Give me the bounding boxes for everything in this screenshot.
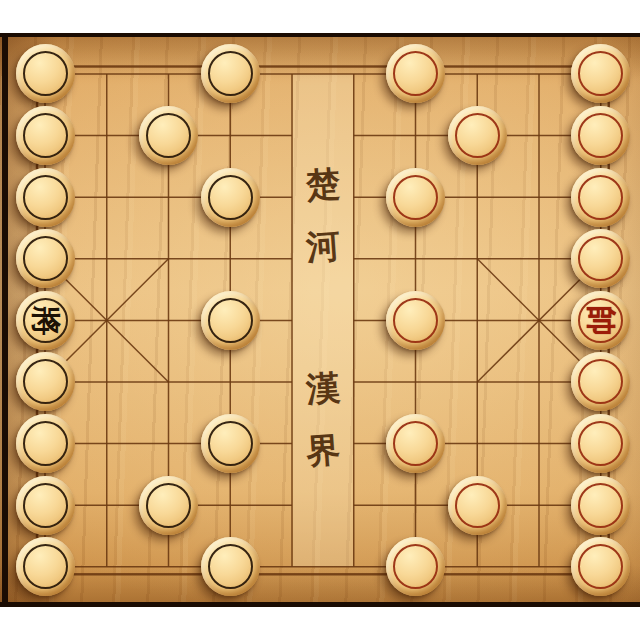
piece-red-hidden[interactable] bbox=[571, 476, 630, 535]
board-point-7-4[interactable] bbox=[446, 290, 508, 352]
board-point-6-1[interactable] bbox=[385, 105, 447, 167]
piece-red-hidden[interactable] bbox=[571, 44, 630, 103]
piece-red-general[interactable]: 帥 bbox=[571, 291, 630, 350]
piece-red-hidden[interactable] bbox=[571, 352, 630, 411]
board-point-7-5[interactable] bbox=[446, 351, 508, 413]
board-point-0-7[interactable] bbox=[14, 474, 76, 536]
board-point-8-3[interactable] bbox=[508, 228, 570, 290]
board-point-8-6[interactable] bbox=[508, 413, 570, 475]
piece-black-hidden[interactable] bbox=[16, 352, 75, 411]
xiangqi-board: 楚 河 漢 界 將帥 bbox=[0, 33, 640, 607]
board-point-4-3[interactable] bbox=[261, 228, 323, 290]
piece-black-general[interactable]: 將 bbox=[16, 291, 75, 350]
board-point-1-7[interactable] bbox=[76, 474, 138, 536]
red-general-glyph: 帥 bbox=[571, 291, 630, 350]
board-point-1-5[interactable] bbox=[76, 351, 138, 413]
board-point-5-2[interactable] bbox=[323, 166, 385, 228]
board-point-9-1[interactable] bbox=[570, 105, 632, 167]
piece-red-hidden[interactable] bbox=[571, 537, 630, 596]
piece-red-hidden[interactable] bbox=[571, 106, 630, 165]
board-point-5-0[interactable] bbox=[323, 43, 385, 105]
board-point-9-5[interactable] bbox=[570, 351, 632, 413]
board-frame-left bbox=[2, 33, 8, 607]
board-point-6-8[interactable] bbox=[385, 536, 447, 598]
board-point-3-7[interactable] bbox=[199, 474, 261, 536]
board-point-0-4[interactable]: 將 bbox=[14, 290, 76, 352]
board-point-8-8[interactable] bbox=[508, 536, 570, 598]
board-point-5-6[interactable] bbox=[323, 413, 385, 475]
piece-red-hidden[interactable] bbox=[386, 537, 445, 596]
board-point-2-6[interactable] bbox=[138, 413, 200, 475]
pieces-grid: 將帥 bbox=[14, 43, 632, 597]
board-point-2-3[interactable] bbox=[138, 228, 200, 290]
board-point-5-3[interactable] bbox=[323, 228, 385, 290]
board-point-9-3[interactable] bbox=[570, 228, 632, 290]
board-point-7-2[interactable] bbox=[446, 166, 508, 228]
board-point-9-0[interactable] bbox=[570, 43, 632, 105]
board-point-0-0[interactable] bbox=[14, 43, 76, 105]
board-point-3-8[interactable] bbox=[199, 536, 261, 598]
board-point-0-3[interactable] bbox=[14, 228, 76, 290]
board-point-1-8[interactable] bbox=[76, 536, 138, 598]
board-point-2-4[interactable] bbox=[138, 290, 200, 352]
board-point-5-7[interactable] bbox=[323, 474, 385, 536]
board-point-8-0[interactable] bbox=[508, 43, 570, 105]
board-point-6-0[interactable] bbox=[385, 43, 447, 105]
board-point-4-8[interactable] bbox=[261, 536, 323, 598]
piece-red-hidden[interactable] bbox=[386, 414, 445, 473]
board-point-9-7[interactable] bbox=[570, 474, 632, 536]
board-point-2-7[interactable] bbox=[138, 474, 200, 536]
piece-red-hidden[interactable] bbox=[571, 168, 630, 227]
board-point-4-1[interactable] bbox=[261, 105, 323, 167]
piece-black-hidden[interactable] bbox=[139, 106, 198, 165]
board-point-7-6[interactable] bbox=[446, 413, 508, 475]
board-point-2-2[interactable] bbox=[138, 166, 200, 228]
board-point-2-1[interactable] bbox=[138, 105, 200, 167]
board-point-6-7[interactable] bbox=[385, 474, 447, 536]
letterbox-bottom bbox=[0, 607, 640, 640]
board-point-0-2[interactable] bbox=[14, 166, 76, 228]
board-point-1-6[interactable] bbox=[76, 413, 138, 475]
piece-red-hidden[interactable] bbox=[571, 229, 630, 288]
board-point-6-6[interactable] bbox=[385, 413, 447, 475]
piece-red-hidden[interactable] bbox=[386, 168, 445, 227]
board-point-5-1[interactable] bbox=[323, 105, 385, 167]
board-point-3-0[interactable] bbox=[199, 43, 261, 105]
piece-red-hidden[interactable] bbox=[448, 106, 507, 165]
board-point-7-7[interactable] bbox=[446, 474, 508, 536]
board-point-3-3[interactable] bbox=[199, 228, 261, 290]
board-point-0-6[interactable] bbox=[14, 413, 76, 475]
board-point-9-4[interactable]: 帥 bbox=[570, 290, 632, 352]
piece-black-hidden[interactable] bbox=[201, 291, 260, 350]
board-point-1-4[interactable] bbox=[76, 290, 138, 352]
board-point-9-6[interactable] bbox=[570, 413, 632, 475]
piece-black-hidden[interactable] bbox=[16, 229, 75, 288]
board-point-6-3[interactable] bbox=[385, 228, 447, 290]
board-point-0-5[interactable] bbox=[14, 351, 76, 413]
board-point-7-3[interactable] bbox=[446, 228, 508, 290]
piece-black-hidden[interactable] bbox=[201, 537, 260, 596]
board-point-4-4[interactable] bbox=[261, 290, 323, 352]
board-point-4-2[interactable] bbox=[261, 166, 323, 228]
piece-black-hidden[interactable] bbox=[139, 476, 198, 535]
board-point-8-1[interactable] bbox=[508, 105, 570, 167]
board-point-2-5[interactable] bbox=[138, 351, 200, 413]
board-point-5-8[interactable] bbox=[323, 536, 385, 598]
piece-black-hidden[interactable] bbox=[16, 106, 75, 165]
board-point-1-1[interactable] bbox=[76, 105, 138, 167]
board-point-1-2[interactable] bbox=[76, 166, 138, 228]
board-point-8-7[interactable] bbox=[508, 474, 570, 536]
piece-red-hidden[interactable] bbox=[448, 476, 507, 535]
board-point-3-1[interactable] bbox=[199, 105, 261, 167]
board-point-7-1[interactable] bbox=[446, 105, 508, 167]
board-point-3-6[interactable] bbox=[199, 413, 261, 475]
board-point-3-2[interactable] bbox=[199, 166, 261, 228]
board-point-8-5[interactable] bbox=[508, 351, 570, 413]
board-frame-top bbox=[0, 33, 640, 37]
board-point-9-2[interactable] bbox=[570, 166, 632, 228]
piece-black-hidden[interactable] bbox=[201, 44, 260, 103]
board-point-4-5[interactable] bbox=[261, 351, 323, 413]
board-point-1-3[interactable] bbox=[76, 228, 138, 290]
board-point-8-2[interactable] bbox=[508, 166, 570, 228]
board-point-4-7[interactable] bbox=[261, 474, 323, 536]
board-point-6-4[interactable] bbox=[385, 290, 447, 352]
piece-black-hidden[interactable] bbox=[16, 414, 75, 473]
piece-red-hidden[interactable] bbox=[386, 44, 445, 103]
piece-red-hidden[interactable] bbox=[386, 291, 445, 350]
board-point-6-2[interactable] bbox=[385, 166, 447, 228]
board-point-5-5[interactable] bbox=[323, 351, 385, 413]
board-point-2-8[interactable] bbox=[138, 536, 200, 598]
piece-black-hidden[interactable] bbox=[201, 414, 260, 473]
board-point-8-4[interactable] bbox=[508, 290, 570, 352]
board-point-6-5[interactable] bbox=[385, 351, 447, 413]
board-point-7-0[interactable] bbox=[446, 43, 508, 105]
black-general-glyph: 將 bbox=[16, 291, 75, 350]
piece-black-hidden[interactable] bbox=[16, 44, 75, 103]
piece-black-hidden[interactable] bbox=[201, 168, 260, 227]
board-point-0-8[interactable] bbox=[14, 536, 76, 598]
board-point-0-1[interactable] bbox=[14, 105, 76, 167]
board-point-3-4[interactable] bbox=[199, 290, 261, 352]
board-point-9-8[interactable] bbox=[570, 536, 632, 598]
screenshot-stage: 楚 河 漢 界 將帥 bbox=[0, 0, 640, 640]
board-point-1-0[interactable] bbox=[76, 43, 138, 105]
piece-black-hidden[interactable] bbox=[16, 537, 75, 596]
board-point-2-0[interactable] bbox=[138, 43, 200, 105]
board-point-3-5[interactable] bbox=[199, 351, 261, 413]
letterbox-top bbox=[0, 0, 640, 33]
board-point-4-0[interactable] bbox=[261, 43, 323, 105]
piece-black-hidden[interactable] bbox=[16, 168, 75, 227]
board-point-7-8[interactable] bbox=[446, 536, 508, 598]
piece-red-hidden[interactable] bbox=[571, 414, 630, 473]
piece-black-hidden[interactable] bbox=[16, 476, 75, 535]
board-point-4-6[interactable] bbox=[261, 413, 323, 475]
board-point-5-4[interactable] bbox=[323, 290, 385, 352]
